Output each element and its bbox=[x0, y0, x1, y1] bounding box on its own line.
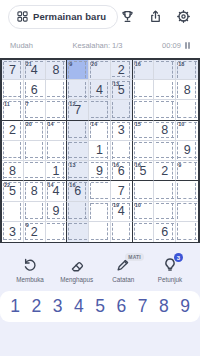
board-wrap: 7421892021618645138117712220141431581019… bbox=[0, 58, 200, 244]
cell-r3c2[interactable]: 7 bbox=[24, 100, 46, 120]
cage-sum: 16 bbox=[113, 162, 119, 168]
cage-border bbox=[85, 62, 86, 78]
cage-border bbox=[47, 142, 48, 158]
cage-border bbox=[47, 96, 65, 97]
cell-r5c1[interactable] bbox=[2, 141, 24, 161]
cage-border bbox=[195, 142, 196, 158]
cell-r7c6[interactable]: 7 bbox=[111, 181, 133, 201]
cell-r1c4[interactable]: 9 bbox=[67, 60, 89, 80]
cage-border bbox=[4, 96, 22, 97]
digit: 6 bbox=[31, 83, 38, 97]
cage-sum: 19 bbox=[113, 202, 119, 208]
hint-label: Petunjuk bbox=[158, 276, 183, 283]
cage-border bbox=[47, 239, 65, 240]
cage-border bbox=[47, 223, 65, 224]
cage-border bbox=[42, 183, 43, 199]
cage-border bbox=[195, 203, 196, 219]
cell-r1c8[interactable] bbox=[154, 60, 176, 80]
cage-border bbox=[172, 223, 173, 240]
cage-border bbox=[47, 203, 48, 219]
cage-border bbox=[25, 203, 26, 219]
cage-border bbox=[20, 223, 21, 240]
cage-border bbox=[195, 163, 196, 179]
cell-r6c8[interactable]: 2 bbox=[154, 161, 176, 181]
cage-border bbox=[3, 223, 4, 240]
cage-border bbox=[85, 203, 86, 219]
cage-border bbox=[129, 82, 130, 98]
cage-border bbox=[91, 117, 109, 118]
cage-border bbox=[195, 223, 196, 240]
cell-r4c3[interactable]: 14 bbox=[46, 121, 68, 141]
cage-border bbox=[69, 137, 87, 138]
cage-border bbox=[20, 203, 21, 219]
cage-border bbox=[156, 117, 174, 118]
cage-border bbox=[3, 62, 4, 78]
cage-border bbox=[112, 117, 130, 118]
cell-r8c8[interactable] bbox=[154, 202, 176, 222]
cell-r2c3[interactable] bbox=[46, 80, 68, 100]
cage-border bbox=[85, 82, 86, 98]
cage-border bbox=[172, 62, 173, 78]
cell-r8c3[interactable]: 9 bbox=[46, 202, 68, 222]
cell-r8c1[interactable] bbox=[2, 202, 24, 222]
cage-border bbox=[129, 223, 130, 240]
numpad-7[interactable]: 7 bbox=[135, 296, 151, 317]
cage-sum: 14 bbox=[48, 121, 54, 127]
cage-border bbox=[3, 142, 4, 158]
cage-border bbox=[112, 122, 113, 138]
cell-r5c4[interactable] bbox=[67, 141, 89, 161]
digit: 8 bbox=[184, 83, 191, 97]
cage-border bbox=[69, 142, 87, 143]
cage-border bbox=[156, 198, 174, 199]
cell-r1c2[interactable]: 421 bbox=[24, 60, 46, 80]
numpad-3[interactable]: 3 bbox=[50, 296, 66, 317]
grid-icon bbox=[17, 11, 28, 22]
cell-r9c3[interactable] bbox=[46, 222, 68, 242]
cell-r2c6[interactable]: 513 bbox=[111, 80, 133, 100]
cage-sum: 9 bbox=[26, 222, 29, 228]
cell-r9c1[interactable]: 3 bbox=[2, 222, 24, 242]
cage-border bbox=[3, 122, 4, 138]
cage-border bbox=[3, 203, 4, 219]
cell-r6c6[interactable]: 616 bbox=[111, 161, 133, 181]
cell-r1c5[interactable]: 20 bbox=[89, 60, 111, 80]
cage-border bbox=[134, 102, 135, 118]
cage-sum: 16 bbox=[69, 182, 75, 188]
cell-r9c5[interactable] bbox=[89, 222, 111, 242]
cell-r8c7[interactable]: 10 bbox=[133, 202, 155, 222]
cage-border bbox=[63, 102, 64, 118]
cage-border bbox=[25, 117, 43, 118]
cell-r5c6[interactable] bbox=[111, 141, 133, 161]
cage-border bbox=[195, 183, 196, 199]
undo-button[interactable]: Membuka bbox=[10, 257, 50, 283]
cage-border bbox=[68, 122, 69, 138]
cage-border bbox=[69, 177, 87, 178]
cage-border bbox=[177, 102, 178, 118]
cage-border bbox=[91, 203, 109, 204]
cage-border bbox=[195, 62, 196, 78]
new-game-label: Permainan baru bbox=[33, 11, 106, 22]
cage-border bbox=[172, 122, 173, 138]
cage-border bbox=[25, 183, 26, 199]
cage-border bbox=[134, 142, 135, 158]
number-pad: 123456789 bbox=[0, 291, 200, 322]
cell-r2c4[interactable] bbox=[67, 80, 89, 100]
cage-sum: 9 bbox=[69, 61, 72, 67]
cell-r5c2[interactable] bbox=[24, 141, 46, 161]
digit: 2 bbox=[161, 164, 168, 178]
undo-icon bbox=[22, 257, 38, 273]
cell-r4c4[interactable] bbox=[67, 121, 89, 141]
cage-border bbox=[156, 101, 174, 102]
cell-r8c5[interactable] bbox=[89, 202, 111, 222]
cell-r6c5[interactable]: 9 bbox=[89, 161, 111, 181]
cell-r8c6[interactable]: 419 bbox=[111, 202, 133, 222]
cage-sum: 20 bbox=[91, 61, 97, 67]
digit: 7 bbox=[118, 184, 125, 198]
toolbar: Membuka Menghapus MATI Catatan 3 Petunju… bbox=[0, 243, 200, 283]
numpad-6[interactable]: 6 bbox=[113, 296, 129, 317]
cage-border bbox=[129, 122, 130, 138]
cage-border bbox=[69, 239, 87, 240]
cage-border bbox=[129, 142, 130, 158]
cell-r5c9[interactable]: 9 bbox=[176, 141, 198, 161]
digit: 6 bbox=[161, 225, 168, 239]
cage-border bbox=[91, 239, 109, 240]
cage-border bbox=[69, 96, 87, 97]
cage-border bbox=[129, 62, 130, 78]
cell-r3c9[interactable] bbox=[176, 100, 198, 120]
cell-r7c5[interactable] bbox=[89, 181, 111, 201]
cell-r6c3[interactable]: 1 bbox=[46, 161, 68, 181]
cell-r3c7[interactable] bbox=[133, 100, 155, 120]
cage-border bbox=[178, 203, 197, 204]
cell-r7c9[interactable] bbox=[176, 181, 198, 201]
cell-r1c1[interactable]: 7 bbox=[2, 60, 24, 80]
cell-r3c4[interactable]: 712 bbox=[67, 100, 89, 120]
cage-sum: 13 bbox=[113, 81, 119, 87]
timer: 00:09 bbox=[162, 41, 190, 50]
cage-border bbox=[129, 102, 130, 118]
cage-border bbox=[172, 203, 173, 219]
cage-border bbox=[90, 203, 91, 219]
digit: 1 bbox=[52, 164, 59, 178]
cage-sum: 16 bbox=[135, 61, 141, 67]
top-icons bbox=[119, 8, 192, 25]
cage-sum: 12 bbox=[69, 101, 75, 107]
cell-r9c2[interactable]: 29 bbox=[24, 222, 46, 242]
numpad-5[interactable]: 5 bbox=[92, 296, 108, 317]
cell-r2c9[interactable]: 8 bbox=[176, 80, 198, 100]
cage-sum: 10 bbox=[135, 202, 141, 208]
cage-border bbox=[107, 102, 108, 118]
new-game-button[interactable]: Permainan baru bbox=[8, 5, 118, 29]
cage-border bbox=[172, 163, 173, 179]
cage-border bbox=[25, 239, 43, 240]
cage-border bbox=[90, 82, 91, 98]
cage-border bbox=[177, 183, 178, 199]
cage-border bbox=[20, 183, 21, 199]
cell-r5c8[interactable] bbox=[154, 141, 176, 161]
cell-r9c7[interactable] bbox=[133, 222, 155, 242]
cage-border bbox=[134, 157, 152, 158]
digit: 2 bbox=[118, 63, 125, 77]
cage-border bbox=[68, 223, 69, 240]
cage-border bbox=[178, 239, 197, 240]
cage-border bbox=[85, 183, 86, 199]
cage-border bbox=[195, 102, 196, 118]
cage-border bbox=[134, 218, 152, 219]
cell-r4c5[interactable]: 14 bbox=[89, 121, 111, 141]
digit: 2 bbox=[31, 225, 38, 239]
cell-r6c4[interactable]: 13 bbox=[67, 161, 89, 181]
cell-r2c1[interactable] bbox=[2, 80, 24, 100]
cell-r7c8[interactable] bbox=[154, 181, 176, 201]
cell-r2c7[interactable] bbox=[133, 80, 155, 100]
cage-border bbox=[172, 102, 173, 118]
cage-sum: 21 bbox=[26, 61, 32, 67]
cage-border bbox=[134, 239, 152, 240]
timer-value: 00:09 bbox=[162, 41, 181, 50]
cell-r4c1[interactable]: 2 bbox=[2, 121, 24, 141]
share-button[interactable] bbox=[147, 8, 164, 25]
numpad-4[interactable]: 4 bbox=[71, 296, 87, 317]
cage-sum: 14 bbox=[91, 121, 97, 127]
cage-border bbox=[85, 122, 86, 138]
cage-border bbox=[129, 183, 130, 199]
cell-r1c9[interactable]: 18 bbox=[176, 60, 198, 80]
cage-border bbox=[195, 122, 196, 138]
cage-border bbox=[156, 157, 174, 158]
numpad-2[interactable]: 2 bbox=[28, 296, 44, 317]
cell-r4c6[interactable]: 3 bbox=[111, 121, 133, 141]
cell-r9c8[interactable]: 6 bbox=[154, 222, 176, 242]
difficulty-label: Mudah bbox=[10, 41, 33, 50]
cell-r2c5[interactable]: 4 bbox=[89, 80, 111, 100]
cage-border bbox=[134, 101, 152, 102]
hint-count-badge: 3 bbox=[174, 253, 183, 262]
share-icon bbox=[148, 9, 163, 24]
cage-border bbox=[134, 223, 152, 224]
cage-border bbox=[107, 122, 108, 138]
cage-border bbox=[177, 223, 178, 240]
cage-border bbox=[69, 157, 87, 158]
cage-sum: 20 bbox=[26, 121, 32, 127]
cell-r4c9[interactable]: 10 bbox=[176, 121, 198, 141]
cage-border bbox=[107, 82, 108, 98]
cage-border bbox=[90, 183, 91, 199]
cell-r2c2[interactable]: 6 bbox=[24, 80, 46, 100]
cage-border bbox=[68, 82, 69, 98]
cell-r3c3[interactable] bbox=[46, 100, 68, 120]
cage-border bbox=[172, 142, 173, 158]
cage-sum: 15 bbox=[135, 121, 141, 127]
cage-border bbox=[20, 142, 21, 158]
cage-border bbox=[156, 96, 174, 97]
trophy-button[interactable] bbox=[119, 8, 136, 25]
cage-border bbox=[156, 61, 174, 62]
cage-border bbox=[172, 82, 173, 98]
cage-border bbox=[25, 142, 26, 158]
cell-r4c7[interactable]: 15 bbox=[133, 121, 155, 141]
cage-sum: 16 bbox=[135, 162, 141, 168]
digit: 4 bbox=[96, 83, 103, 97]
notes-label: Catatan bbox=[112, 276, 134, 283]
mistakes-counter: Kesalahan: 1/3 bbox=[73, 41, 123, 50]
numpad-8[interactable]: 8 bbox=[156, 296, 172, 317]
cell-r5c5[interactable]: 1 bbox=[89, 141, 111, 161]
cage-border bbox=[178, 117, 197, 118]
cell-r9c4[interactable] bbox=[67, 222, 89, 242]
lower-panel: Membuka Menghapus MATI Catatan 3 Petunju… bbox=[0, 243, 200, 356]
cell-r1c3[interactable]: 8 bbox=[46, 60, 68, 80]
cage-border bbox=[91, 101, 109, 102]
cage-border bbox=[134, 223, 135, 240]
erase-button[interactable]: Menghapus bbox=[57, 257, 97, 283]
cage-sum: 10 bbox=[178, 121, 184, 127]
pause-icon[interactable] bbox=[185, 42, 190, 49]
cage-border bbox=[91, 182, 109, 183]
cage-border bbox=[25, 162, 43, 163]
cell-r3c5[interactable] bbox=[89, 100, 111, 120]
cage-border bbox=[112, 223, 113, 240]
cage-border bbox=[129, 203, 130, 219]
cage-border bbox=[107, 142, 108, 158]
cage-border bbox=[4, 157, 22, 158]
cage-border bbox=[20, 102, 21, 118]
cage-border bbox=[42, 203, 43, 219]
cell-r2c8[interactable] bbox=[154, 80, 176, 100]
cage-border bbox=[42, 142, 43, 158]
cage-border bbox=[25, 157, 43, 158]
cage-border bbox=[47, 117, 65, 118]
cage-sum: 22 bbox=[4, 182, 10, 188]
cell-r3c1[interactable]: 11 bbox=[2, 100, 24, 120]
undo-label: Membuka bbox=[16, 276, 44, 283]
cell-r6c7[interactable]: 516 bbox=[133, 161, 155, 181]
cell-r3c8[interactable] bbox=[154, 100, 176, 120]
cage-border bbox=[195, 82, 196, 98]
cage-border bbox=[20, 82, 21, 98]
cage-border bbox=[134, 183, 135, 199]
cell-r5c3[interactable] bbox=[46, 141, 68, 161]
digit: 1 bbox=[96, 143, 103, 157]
numpad-9[interactable]: 9 bbox=[177, 296, 193, 317]
cell-r7c4[interactable]: 616 bbox=[67, 181, 89, 201]
cage-border bbox=[3, 163, 4, 179]
cell-r8c2[interactable] bbox=[24, 202, 46, 222]
cage-border bbox=[63, 223, 64, 240]
cage-sum: 18 bbox=[178, 61, 184, 67]
digit: 3 bbox=[9, 225, 16, 239]
cell-r9c6[interactable] bbox=[111, 222, 133, 242]
cage-border bbox=[134, 96, 152, 97]
cell-r4c8[interactable]: 8 bbox=[154, 121, 176, 141]
digit: 8 bbox=[31, 184, 38, 198]
cell-r5c7[interactable] bbox=[133, 141, 155, 161]
notes-button[interactable]: MATI Catatan bbox=[103, 257, 143, 283]
cage-border bbox=[134, 137, 152, 138]
cage-border bbox=[25, 177, 43, 178]
cage-border bbox=[47, 101, 65, 102]
cage-border bbox=[156, 218, 174, 219]
cage-border bbox=[63, 142, 64, 158]
status-bar: Mudah Kesalahan: 1/3 00:09 bbox=[0, 33, 200, 58]
cell-r7c2[interactable]: 8 bbox=[24, 181, 46, 201]
cell-r7c3[interactable]: 414 bbox=[46, 181, 68, 201]
cage-border bbox=[69, 218, 87, 219]
cage-border bbox=[112, 157, 130, 158]
cell-r3c6[interactable] bbox=[111, 100, 133, 120]
cell-r7c7[interactable] bbox=[133, 181, 155, 201]
cage-sum: 14 bbox=[48, 182, 54, 188]
cage-border bbox=[69, 223, 87, 224]
cell-r4c2[interactable]: 20 bbox=[24, 121, 46, 141]
cell-r8c4[interactable] bbox=[67, 202, 89, 222]
cage-border bbox=[107, 223, 108, 240]
cage-border bbox=[156, 239, 174, 240]
cage-border bbox=[42, 122, 43, 138]
numpad-1[interactable]: 1 bbox=[7, 296, 23, 317]
digit: 9 bbox=[52, 204, 59, 218]
cage-border bbox=[129, 163, 130, 179]
digit: 8 bbox=[52, 63, 59, 77]
cage-border bbox=[156, 203, 174, 204]
cage-border bbox=[3, 82, 4, 98]
cell-r1c6[interactable]: 2 bbox=[111, 60, 133, 80]
cage-border bbox=[63, 122, 64, 138]
cage-border bbox=[134, 82, 135, 98]
digit: 3 bbox=[118, 123, 125, 137]
cell-r6c2[interactable] bbox=[24, 161, 46, 181]
cage-border bbox=[112, 239, 130, 240]
cage-border bbox=[112, 102, 113, 118]
settings-button[interactable] bbox=[175, 8, 192, 25]
cage-border bbox=[47, 157, 65, 158]
cell-r1c7[interactable]: 16 bbox=[133, 60, 155, 80]
eraser-icon bbox=[69, 257, 85, 273]
cell-r6c1[interactable]: 8 bbox=[2, 161, 24, 181]
cell-r7c1[interactable]: 522 bbox=[2, 181, 24, 201]
cage-border bbox=[68, 142, 69, 158]
digit: 7 bbox=[9, 63, 16, 77]
cage-border bbox=[177, 82, 178, 98]
digit: 9 bbox=[184, 143, 191, 157]
cage-border bbox=[63, 163, 64, 179]
cage-border bbox=[178, 198, 197, 199]
cage-border bbox=[4, 239, 22, 240]
cell-r8c9[interactable] bbox=[176, 202, 198, 222]
cage-border bbox=[177, 203, 178, 219]
hint-button[interactable]: 3 Petunjuk bbox=[150, 257, 190, 283]
digit: 8 bbox=[9, 164, 16, 178]
cage-border bbox=[177, 142, 178, 158]
cage-border bbox=[63, 62, 64, 78]
cage-border bbox=[112, 142, 113, 158]
cell-r6c9[interactable]: 9 bbox=[176, 161, 198, 181]
cage-border bbox=[68, 203, 69, 219]
digit: 8 bbox=[161, 123, 168, 137]
sudoku-board: 7421892021618645138117712220141431581019… bbox=[0, 58, 200, 244]
settings-icon bbox=[176, 9, 191, 24]
digit: 9 bbox=[96, 164, 103, 178]
cell-r9c9[interactable] bbox=[176, 222, 198, 242]
cage-border bbox=[156, 142, 174, 143]
cage-sum: 9 bbox=[178, 162, 181, 168]
cage-border bbox=[134, 198, 152, 199]
